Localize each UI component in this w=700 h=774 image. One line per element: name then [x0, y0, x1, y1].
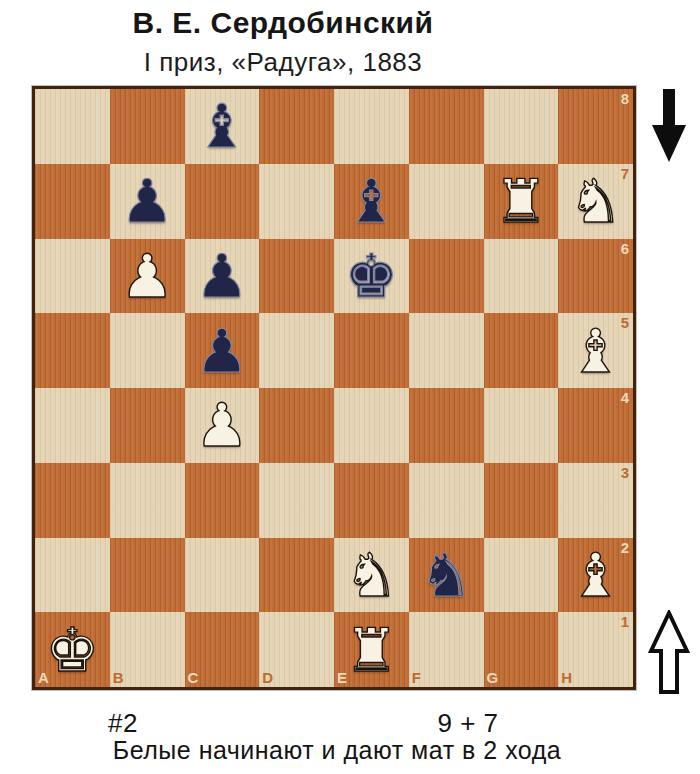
white-king: ♚ — [35, 612, 110, 687]
square-f3 — [409, 463, 484, 538]
square-h7: 7♞ — [558, 164, 633, 239]
square-b6: ♟ — [110, 239, 185, 314]
square-b2 — [110, 538, 185, 613]
black-knight: ♞ — [409, 538, 484, 613]
black-king: ♚ — [334, 239, 409, 314]
white-up-arrow-icon — [648, 610, 690, 698]
square-h8: 8 — [558, 89, 633, 164]
square-e7: ♝ — [334, 164, 409, 239]
board: ♝8♟♝♜7♞♟♟♚6♟5♝♟43♞♞2♝A♚BCDE♜FGH1 — [32, 86, 636, 690]
square-h6: 6 — [558, 239, 633, 314]
square-g7: ♜ — [484, 164, 559, 239]
square-d7 — [259, 164, 334, 239]
square-b7: ♟ — [110, 164, 185, 239]
rank-label-6: 6 — [621, 241, 629, 256]
square-d5 — [259, 313, 334, 388]
square-f2: ♞ — [409, 538, 484, 613]
square-b8 — [110, 89, 185, 164]
square-d8 — [259, 89, 334, 164]
square-b4 — [110, 388, 185, 463]
material-count: 9 + 7 — [408, 708, 528, 739]
square-e5 — [334, 313, 409, 388]
square-g6 — [484, 239, 559, 314]
square-g5 — [484, 313, 559, 388]
square-f7 — [409, 164, 484, 239]
page: В. Е. Сердобинский I приз, «Радуга», 188… — [0, 0, 700, 774]
black-bishop: ♝ — [185, 89, 260, 164]
black-pawn: ♟ — [185, 239, 260, 314]
square-c2 — [185, 538, 260, 613]
white-bishop: ♝ — [558, 538, 633, 613]
square-g4 — [484, 388, 559, 463]
square-h3: 3 — [558, 463, 633, 538]
square-f5 — [409, 313, 484, 388]
square-d4 — [259, 388, 334, 463]
file-label-d: D — [262, 670, 273, 685]
square-a4 — [35, 388, 110, 463]
square-g3 — [484, 463, 559, 538]
square-c4: ♟ — [185, 388, 260, 463]
square-g8 — [484, 89, 559, 164]
file-label-c: C — [188, 670, 199, 685]
caption: Белые начинают и дают мат в 2 хода — [32, 736, 642, 765]
file-label-h: H — [561, 670, 572, 685]
square-d6 — [259, 239, 334, 314]
square-b1: B — [110, 612, 185, 687]
square-c7 — [185, 164, 260, 239]
page-subtitle: I приз, «Радуга», 1883 — [0, 47, 566, 78]
square-f6 — [409, 239, 484, 314]
header: В. Е. Сердобинский I приз, «Радуга», 188… — [0, 6, 566, 78]
square-e8 — [334, 89, 409, 164]
square-d2 — [259, 538, 334, 613]
rank-label-3: 3 — [621, 465, 629, 480]
square-f8 — [409, 89, 484, 164]
square-d3 — [259, 463, 334, 538]
square-e1: E♜ — [334, 612, 409, 687]
white-rook: ♜ — [334, 612, 409, 687]
square-f4 — [409, 388, 484, 463]
rank-label-4: 4 — [621, 390, 629, 405]
black-pawn: ♟ — [110, 164, 185, 239]
square-h2: 2♝ — [558, 538, 633, 613]
file-label-b: B — [113, 670, 124, 685]
black-down-arrow-icon — [652, 89, 686, 166]
square-b3 — [110, 463, 185, 538]
white-pawn: ♟ — [185, 388, 260, 463]
white-pawn: ♟ — [110, 239, 185, 314]
square-c1: C — [185, 612, 260, 687]
square-e3 — [334, 463, 409, 538]
square-a6 — [35, 239, 110, 314]
square-a7 — [35, 164, 110, 239]
square-c5: ♟ — [185, 313, 260, 388]
square-a1: A♚ — [35, 612, 110, 687]
rank-label-8: 8 — [621, 91, 629, 106]
square-a3 — [35, 463, 110, 538]
black-pawn: ♟ — [185, 313, 260, 388]
square-h1: H1 — [558, 612, 633, 687]
file-label-f: F — [412, 670, 421, 685]
square-a2 — [35, 538, 110, 613]
black-bishop: ♝ — [334, 164, 409, 239]
square-c6: ♟ — [185, 239, 260, 314]
square-a5 — [35, 313, 110, 388]
square-h5: 5♝ — [558, 313, 633, 388]
square-e4 — [334, 388, 409, 463]
square-a8 — [35, 89, 110, 164]
square-g1: G — [484, 612, 559, 687]
square-b5 — [110, 313, 185, 388]
square-e2: ♞ — [334, 538, 409, 613]
square-c8: ♝ — [185, 89, 260, 164]
file-label-g: G — [487, 670, 499, 685]
white-knight: ♞ — [558, 164, 633, 239]
square-c3 — [185, 463, 260, 538]
rank-label-1: 1 — [621, 614, 629, 629]
white-rook: ♜ — [484, 164, 559, 239]
white-bishop: ♝ — [558, 313, 633, 388]
square-g2 — [484, 538, 559, 613]
square-e6: ♚ — [334, 239, 409, 314]
page-title: В. Е. Сердобинский — [0, 6, 566, 40]
square-f1: F — [409, 612, 484, 687]
square-d1: D — [259, 612, 334, 687]
stipulation: #2 — [108, 708, 138, 739]
square-h4: 4 — [558, 388, 633, 463]
white-knight: ♞ — [334, 538, 409, 613]
